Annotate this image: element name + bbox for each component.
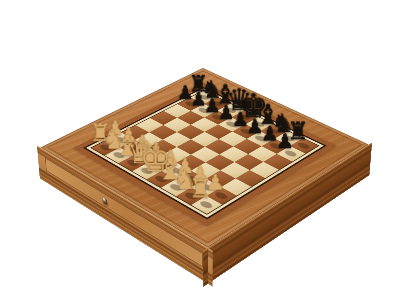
scene-3d: ♜♞♝♛♚♝♞♜♟♟♟♟♟♟♟♟♟♟♟♟♟♟♟♟♜♞♝♛♚♝♞♜ bbox=[0, 0, 400, 300]
pawn-glyph: ♟ bbox=[263, 131, 307, 151]
chess-set-photo: ♜♞♝♛♚♝♞♜♟♟♟♟♟♟♟♟♟♟♟♟♟♟♟♟♜♞♝♛♚♝♞♜ bbox=[0, 0, 400, 300]
case-top-face: ♜♞♝♛♚♝♞♜♟♟♟♟♟♟♟♟♟♟♟♟♟♟♟♟♜♞♝♛♚♝♞♜ bbox=[41, 68, 369, 248]
rook-glyph: ♜ bbox=[177, 176, 225, 202]
chess-case: ♜♞♝♛♚♝♞♜♟♟♟♟♟♟♟♟♟♟♟♟♟♟♟♟♜♞♝♛♚♝♞♜ bbox=[41, 68, 369, 248]
drawer-knob[interactable] bbox=[102, 196, 107, 205]
piece-white-rook[interactable]: ♜ bbox=[198, 199, 216, 209]
piece-black-pawn[interactable]: ♟ bbox=[283, 149, 300, 158]
